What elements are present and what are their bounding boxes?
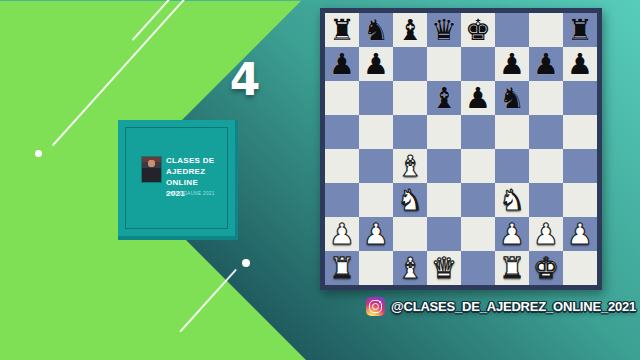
piece-black-knight: ♞	[363, 13, 389, 47]
piece-white-knight: ♞	[397, 183, 423, 217]
piece-white-king: ♚	[533, 251, 559, 285]
square-a3	[325, 183, 359, 217]
square-a7: ♟	[325, 47, 359, 81]
square-d2	[427, 217, 461, 251]
square-b5	[359, 115, 393, 149]
square-d1: ♛	[427, 251, 461, 285]
instagram-camera-flash-dot	[379, 301, 381, 303]
slide-number: 4	[222, 54, 268, 105]
course-title-card: CLASES DE AJEDREZ ONLINE 2021 CHRIS DAUN…	[118, 120, 238, 240]
square-c7	[393, 47, 427, 81]
piece-white-pawn: ♟	[533, 217, 559, 251]
piece-black-knight: ♞	[499, 81, 525, 115]
square-e5	[461, 115, 495, 149]
square-f2: ♟	[495, 217, 529, 251]
square-a4	[325, 149, 359, 183]
chess-board-grid: ♜♞♝♛♚♜♟♟♟♟♟♝♟♞♝♞♞♟♟♟♟♟♜♝♛♜♚	[325, 13, 597, 285]
piece-black-pawn: ♟	[533, 47, 559, 81]
square-h2: ♟	[563, 217, 597, 251]
square-a1: ♜	[325, 251, 359, 285]
square-a8: ♜	[325, 13, 359, 47]
square-e7	[461, 47, 495, 81]
square-f1: ♜	[495, 251, 529, 285]
square-e2	[461, 217, 495, 251]
square-f5	[495, 115, 529, 149]
square-h6	[563, 81, 597, 115]
square-g7: ♟	[529, 47, 563, 81]
presenter-photo-thumbnail	[142, 157, 161, 182]
square-e6: ♟	[461, 81, 495, 115]
instagram-handle-row: @CLASES_DE_AJEDREZ_ONLINE_2021	[366, 297, 636, 316]
instagram-camera-lens	[372, 303, 379, 310]
square-b2: ♟	[359, 217, 393, 251]
piece-white-pawn: ♟	[329, 217, 355, 251]
square-e1	[461, 251, 495, 285]
square-g2: ♟	[529, 217, 563, 251]
square-c8: ♝	[393, 13, 427, 47]
course-title-line: AJEDREZ ONLINE	[166, 166, 235, 188]
piece-black-pawn: ♟	[567, 47, 593, 81]
piece-white-pawn: ♟	[567, 217, 593, 251]
square-d5	[427, 115, 461, 149]
square-c6	[393, 81, 427, 115]
square-b1	[359, 251, 393, 285]
piece-black-rook: ♜	[567, 13, 593, 47]
square-h4	[563, 149, 597, 183]
square-g4	[529, 149, 563, 183]
square-a5	[325, 115, 359, 149]
square-a2: ♟	[325, 217, 359, 251]
square-d4	[427, 149, 461, 183]
piece-white-bishop: ♝	[397, 149, 423, 183]
square-g1: ♚	[529, 251, 563, 285]
square-d7	[427, 47, 461, 81]
square-e8: ♚	[461, 13, 495, 47]
square-f6: ♞	[495, 81, 529, 115]
decorative-dot	[35, 150, 42, 157]
square-h1	[563, 251, 597, 285]
square-c5	[393, 115, 427, 149]
slide-background: 4 CLASES DE AJEDREZ ONLINE 2021 CHRIS DA…	[0, 0, 640, 360]
square-c3: ♞	[393, 183, 427, 217]
piece-black-pawn: ♟	[465, 81, 491, 115]
piece-white-bishop: ♝	[397, 251, 423, 285]
chess-board: ♜♞♝♛♚♜♟♟♟♟♟♝♟♞♝♞♞♟♟♟♟♟♜♝♛♜♚	[320, 8, 602, 290]
square-b6	[359, 81, 393, 115]
square-h5	[563, 115, 597, 149]
square-d6: ♝	[427, 81, 461, 115]
square-e3	[461, 183, 495, 217]
piece-white-rook: ♜	[499, 251, 525, 285]
piece-white-knight: ♞	[499, 183, 525, 217]
piece-black-rook: ♜	[329, 13, 355, 47]
decorative-dot	[242, 259, 250, 267]
top-edge-strip	[0, 0, 320, 1]
piece-black-pawn: ♟	[363, 47, 389, 81]
instagram-icon	[366, 297, 385, 316]
square-e4	[461, 149, 495, 183]
piece-black-queen: ♛	[431, 13, 457, 47]
piece-black-pawn: ♟	[329, 47, 355, 81]
instagram-handle: @CLASES_DE_AJEDREZ_ONLINE_2021	[391, 299, 636, 314]
square-g6	[529, 81, 563, 115]
square-b3	[359, 183, 393, 217]
piece-white-pawn: ♟	[363, 217, 389, 251]
square-b8: ♞	[359, 13, 393, 47]
square-c4: ♝	[393, 149, 427, 183]
piece-white-rook: ♜	[329, 251, 355, 285]
square-h3	[563, 183, 597, 217]
square-f3: ♞	[495, 183, 529, 217]
square-g8	[529, 13, 563, 47]
square-c2	[393, 217, 427, 251]
course-title-line: CLASES DE	[166, 155, 235, 166]
square-d3	[427, 183, 461, 217]
course-subtitle: CHRIS DAUNE 2021	[166, 191, 215, 196]
square-d8: ♛	[427, 13, 461, 47]
piece-black-king: ♚	[465, 13, 491, 47]
square-h8: ♜	[563, 13, 597, 47]
square-c1: ♝	[393, 251, 427, 285]
square-b4	[359, 149, 393, 183]
square-h7: ♟	[563, 47, 597, 81]
piece-black-pawn: ♟	[499, 47, 525, 81]
square-a6	[325, 81, 359, 115]
piece-black-bishop: ♝	[397, 13, 423, 47]
piece-white-pawn: ♟	[499, 217, 525, 251]
square-f4	[495, 149, 529, 183]
piece-white-queen: ♛	[431, 251, 457, 285]
square-g5	[529, 115, 563, 149]
square-f8	[495, 13, 529, 47]
square-b7: ♟	[359, 47, 393, 81]
piece-black-bishop: ♝	[431, 81, 457, 115]
square-g3	[529, 183, 563, 217]
square-f7: ♟	[495, 47, 529, 81]
